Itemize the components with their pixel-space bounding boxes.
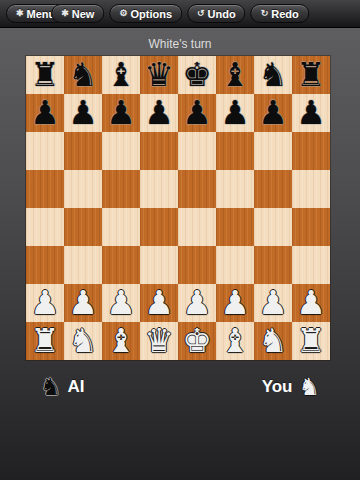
square-b8[interactable]: ♞ [64, 56, 102, 94]
black-king[interactable]: ♚ [182, 56, 212, 94]
square-b5[interactable] [64, 170, 102, 208]
square-h5[interactable] [292, 170, 330, 208]
black-bishop[interactable]: ♝ [220, 56, 250, 94]
square-c6[interactable] [102, 132, 140, 170]
black-knight-icon: ♞ [40, 375, 62, 399]
square-h7[interactable]: ♟ [292, 94, 330, 132]
square-c4[interactable] [102, 208, 140, 246]
square-d3[interactable] [140, 246, 178, 284]
square-a8[interactable]: ♜ [26, 56, 64, 94]
square-f8[interactable]: ♝ [216, 56, 254, 94]
square-e6[interactable] [178, 132, 216, 170]
toolbar-center-group: ✱ New ⚙ Options ↺ Undo ↻ Redo [51, 4, 309, 23]
square-c2[interactable]: ♟ [102, 284, 140, 322]
square-d6[interactable] [140, 132, 178, 170]
players-bar: ♞ AI You ♞ [0, 375, 360, 399]
square-b4[interactable] [64, 208, 102, 246]
square-h1[interactable]: ♜ [292, 322, 330, 360]
square-b2[interactable]: ♟ [64, 284, 102, 322]
options-button[interactable]: ⚙ Options [109, 4, 182, 23]
square-c1[interactable]: ♝ [102, 322, 140, 360]
square-e4[interactable] [178, 208, 216, 246]
menu-icon: ✱ [16, 9, 24, 18]
square-g4[interactable] [254, 208, 292, 246]
white-knight-icon: ♞ [298, 375, 320, 399]
square-f6[interactable] [216, 132, 254, 170]
white-king[interactable]: ♚ [182, 322, 212, 360]
gear-icon: ⚙ [119, 9, 127, 18]
square-a6[interactable] [26, 132, 64, 170]
square-a2[interactable]: ♟ [26, 284, 64, 322]
square-g6[interactable] [254, 132, 292, 170]
square-f2[interactable]: ♟ [216, 284, 254, 322]
square-a1[interactable]: ♜ [26, 322, 64, 360]
black-pawn[interactable]: ♟ [106, 94, 136, 132]
options-button-label: Options [130, 8, 172, 20]
square-h2[interactable]: ♟ [292, 284, 330, 322]
white-bishop[interactable]: ♝ [220, 322, 250, 360]
app-screen: ✱ Menu ✱ New ⚙ Options ↺ Undo ↻ Redo Whi… [0, 0, 360, 480]
player-you: You ♞ [262, 375, 320, 399]
black-pawn[interactable]: ♟ [30, 94, 60, 132]
black-rook[interactable]: ♜ [296, 56, 326, 94]
square-h3[interactable] [292, 246, 330, 284]
white-pawn[interactable]: ♟ [30, 284, 60, 322]
turn-status: White's turn [0, 37, 360, 51]
square-e1[interactable]: ♚ [178, 322, 216, 360]
white-pawn[interactable]: ♟ [68, 284, 98, 322]
white-queen[interactable]: ♛ [144, 322, 174, 360]
redo-arrow-icon: ↻ [261, 9, 269, 18]
square-e5[interactable] [178, 170, 216, 208]
square-f3[interactable] [216, 246, 254, 284]
chess-board[interactable]: ♜♞♝♛♚♝♞♜♟♟♟♟♟♟♟♟♟♟♟♟♟♟♟♟♜♞♝♛♚♝♞♜ [26, 56, 330, 360]
square-c7[interactable]: ♟ [102, 94, 140, 132]
white-knight[interactable]: ♞ [68, 322, 98, 360]
square-c8[interactable]: ♝ [102, 56, 140, 94]
black-pawn[interactable]: ♟ [220, 94, 250, 132]
square-e7[interactable]: ♟ [178, 94, 216, 132]
white-pawn[interactable]: ♟ [182, 284, 212, 322]
new-game-button[interactable]: ✱ New [51, 4, 104, 23]
black-rook[interactable]: ♜ [30, 56, 60, 94]
white-rook[interactable]: ♜ [296, 322, 326, 360]
square-f4[interactable] [216, 208, 254, 246]
square-c5[interactable] [102, 170, 140, 208]
player-ai: ♞ AI [40, 375, 85, 399]
black-pawn[interactable]: ♟ [144, 94, 174, 132]
square-e2[interactable]: ♟ [178, 284, 216, 322]
white-rook[interactable]: ♜ [30, 322, 60, 360]
black-pawn[interactable]: ♟ [68, 94, 98, 132]
square-g7[interactable]: ♟ [254, 94, 292, 132]
square-d7[interactable]: ♟ [140, 94, 178, 132]
square-a4[interactable] [26, 208, 64, 246]
square-g8[interactable]: ♞ [254, 56, 292, 94]
black-pawn[interactable]: ♟ [258, 94, 288, 132]
black-knight[interactable]: ♞ [68, 56, 98, 94]
square-g5[interactable] [254, 170, 292, 208]
black-bishop[interactable]: ♝ [106, 56, 136, 94]
square-d2[interactable]: ♟ [140, 284, 178, 322]
white-pawn[interactable]: ♟ [258, 284, 288, 322]
square-g3[interactable] [254, 246, 292, 284]
square-e3[interactable] [178, 246, 216, 284]
square-f5[interactable] [216, 170, 254, 208]
undo-button-label: Undo [208, 8, 236, 20]
white-pawn[interactable]: ♟ [296, 284, 326, 322]
square-a3[interactable] [26, 246, 64, 284]
square-d8[interactable]: ♛ [140, 56, 178, 94]
new-game-button-label: New [72, 8, 95, 20]
square-h6[interactable] [292, 132, 330, 170]
square-b1[interactable]: ♞ [64, 322, 102, 360]
white-pawn[interactable]: ♟ [220, 284, 250, 322]
toolbar: ✱ Menu ✱ New ⚙ Options ↺ Undo ↻ Redo [0, 0, 360, 28]
black-queen[interactable]: ♛ [144, 56, 174, 94]
new-game-icon: ✱ [61, 9, 69, 18]
square-b3[interactable] [64, 246, 102, 284]
square-d1[interactable]: ♛ [140, 322, 178, 360]
redo-button-label: Redo [271, 8, 299, 20]
square-f1[interactable]: ♝ [216, 322, 254, 360]
square-c3[interactable] [102, 246, 140, 284]
square-e8[interactable]: ♚ [178, 56, 216, 94]
square-g2[interactable]: ♟ [254, 284, 292, 322]
square-b6[interactable] [64, 132, 102, 170]
square-d4[interactable] [140, 208, 178, 246]
white-bishop[interactable]: ♝ [106, 322, 136, 360]
square-h4[interactable] [292, 208, 330, 246]
square-b7[interactable]: ♟ [64, 94, 102, 132]
undo-button[interactable]: ↺ Undo [187, 4, 246, 23]
player-ai-label: AI [68, 377, 85, 397]
player-you-label: You [262, 377, 293, 397]
redo-button[interactable]: ↻ Redo [251, 4, 309, 23]
square-a5[interactable] [26, 170, 64, 208]
white-pawn[interactable]: ♟ [106, 284, 136, 322]
black-pawn[interactable]: ♟ [182, 94, 212, 132]
undo-arrow-icon: ↺ [197, 9, 205, 18]
square-a7[interactable]: ♟ [26, 94, 64, 132]
white-knight[interactable]: ♞ [258, 322, 288, 360]
square-g1[interactable]: ♞ [254, 322, 292, 360]
square-d5[interactable] [140, 170, 178, 208]
black-knight[interactable]: ♞ [258, 56, 288, 94]
square-f7[interactable]: ♟ [216, 94, 254, 132]
black-pawn[interactable]: ♟ [296, 94, 326, 132]
white-pawn[interactable]: ♟ [144, 284, 174, 322]
square-h8[interactable]: ♜ [292, 56, 330, 94]
